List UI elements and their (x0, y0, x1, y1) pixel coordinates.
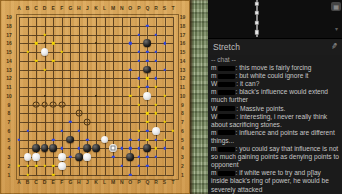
coord-label-bottom: N (120, 179, 124, 185)
move-tree-node[interactable] (255, 2, 258, 5)
chat-log[interactable]: -- chat -- m: this move is fairly forcin… (208, 55, 342, 194)
chat-message: m: this move is fairly forcing (211, 64, 339, 72)
coord-label-left: 10 (6, 93, 12, 99)
coord-label-left: 5 (8, 137, 11, 143)
coord-label-top: L (103, 5, 106, 11)
influence-marker-yellow (138, 130, 140, 132)
influence-marker-blue (78, 130, 80, 132)
influence-marker-yellow (146, 112, 148, 114)
white-stone (101, 136, 109, 144)
influence-marker-blue (146, 165, 148, 167)
influence-marker-blue (155, 156, 157, 158)
redacted-username (218, 147, 235, 152)
influence-marker-blue (129, 138, 131, 140)
coord-label-bottom: P (137, 179, 140, 185)
coord-label-top: G (68, 5, 72, 11)
influence-marker-yellow (26, 51, 28, 53)
coord-label-bottom: J (86, 179, 89, 185)
influence-marker-blue (129, 42, 131, 44)
influence-marker-yellow (129, 95, 131, 97)
coord-label-bottom: K (94, 179, 98, 185)
influence-marker-blue (146, 60, 148, 62)
influence-marker-blue (69, 121, 71, 123)
influence-marker-yellow (155, 103, 157, 105)
influence-marker-blue (138, 33, 140, 35)
influence-marker-blue (26, 130, 28, 132)
coord-label-right: 1 (181, 172, 184, 178)
redacted-username (218, 106, 235, 111)
chat-messages: m: this move is fairly forcingm: but whi… (211, 64, 339, 194)
circle-marker (84, 119, 91, 126)
influence-marker-blue (155, 77, 157, 79)
coord-label-left: 19 (6, 14, 12, 20)
chat-message: m: if white were to try and p[lay inside… (211, 169, 339, 193)
black-stone (32, 144, 40, 152)
coord-label-right: 13 (180, 67, 186, 73)
coord-label-bottom: S (163, 179, 166, 185)
coord-label-top: P (137, 5, 140, 11)
influence-marker-yellow (52, 173, 54, 175)
coord-label-right: 18 (180, 23, 186, 29)
coord-label-left: 6 (8, 128, 11, 134)
influence-marker-blue (61, 147, 63, 149)
coord-label-bottom: T (172, 179, 175, 185)
influence-marker-yellow (172, 130, 174, 132)
coord-label-left: 1 (8, 172, 11, 178)
influence-marker-blue (138, 138, 140, 140)
coord-label-bottom: A (17, 179, 21, 185)
coord-label-left: 13 (6, 67, 12, 73)
influence-marker-yellow (52, 42, 54, 44)
star-point (44, 95, 46, 97)
black-stone (75, 153, 83, 161)
coord-label-left: 18 (6, 23, 12, 29)
coord-label-top: C (34, 5, 38, 11)
coord-label-right: 10 (180, 93, 186, 99)
white-stone (58, 153, 66, 161)
influence-marker-blue (69, 156, 71, 158)
coord-label-top: D (43, 5, 47, 11)
influence-marker-yellow (155, 86, 157, 88)
coord-label-right: 14 (180, 58, 186, 64)
influence-marker-yellow (52, 60, 54, 62)
right-panel: ▦ ▾ Stretch ✎ -- chat -- m: this move is… (208, 0, 342, 194)
influence-marker-blue (146, 51, 148, 53)
coord-label-bottom: H (77, 179, 81, 185)
chat-username: W (211, 105, 217, 112)
influence-marker-blue (146, 156, 148, 158)
influence-marker-blue (86, 138, 88, 140)
influence-marker-blue (138, 51, 140, 53)
black-stone (84, 144, 92, 152)
last-move-marker (111, 146, 116, 151)
grid-line-vertical (156, 17, 157, 175)
move-tree-node[interactable] (255, 21, 258, 24)
coord-label-right: 19 (180, 14, 186, 20)
grid-line-vertical (139, 17, 140, 175)
chat-message: m: but white could ignore it (211, 72, 339, 80)
coord-label-right: 2 (181, 163, 184, 169)
circle-marker (33, 101, 40, 108)
go-board[interactable]: AABBCCDDEEFFGGHHJJKKLLMMNNOOPPQQRRSSTT19… (0, 0, 190, 194)
coord-label-top: H (77, 5, 81, 11)
chevron-down-icon[interactable]: ▾ (335, 26, 338, 32)
circle-marker (76, 110, 83, 117)
white-stone (41, 48, 49, 56)
redacted-username (218, 90, 235, 95)
coord-label-bottom: C (34, 179, 38, 185)
chat-username: m (211, 129, 217, 136)
coord-label-bottom: D (43, 179, 47, 185)
influence-marker-blue (163, 147, 165, 149)
influence-marker-yellow (43, 33, 45, 35)
grid-line-vertical (105, 17, 106, 175)
influence-marker-blue (146, 25, 148, 27)
coord-label-left: 17 (6, 32, 12, 38)
influence-marker-blue (146, 86, 148, 88)
coord-label-bottom: G (68, 179, 72, 185)
influence-marker-yellow (163, 95, 165, 97)
coord-label-top: Q (145, 5, 149, 11)
chat-username: W (211, 80, 217, 87)
influence-marker-yellow (35, 60, 37, 62)
coord-label-right: 3 (181, 154, 184, 160)
coord-label-right: 9 (181, 102, 184, 108)
black-stone (143, 144, 151, 152)
influence-marker-blue (163, 68, 165, 70)
move-tree-node[interactable] (255, 31, 258, 34)
influence-marker-blue (78, 147, 80, 149)
influence-marker-yellow (18, 165, 20, 167)
influence-marker-blue (129, 147, 131, 149)
black-stone (143, 39, 151, 47)
coord-label-bottom: M (111, 179, 115, 185)
influence-marker-blue (52, 138, 54, 140)
chat-username: m (211, 64, 217, 71)
chat-username: m (211, 88, 217, 95)
white-stone (24, 153, 32, 161)
coord-label-bottom: F (60, 179, 63, 185)
influence-marker-yellow (155, 112, 157, 114)
go-app-window: AABBCCDDEEFFGGHHJJKKLLMMNNOOPPQQRRSSTT19… (0, 0, 342, 194)
chat-message: m: you could say that influence is not s… (211, 145, 339, 169)
influence-marker-yellow (61, 51, 63, 53)
circle-marker (41, 101, 48, 108)
coord-label-bottom: O (128, 179, 132, 185)
coord-label-left: 16 (6, 40, 12, 46)
coord-label-left: 15 (6, 49, 12, 55)
coord-label-top: R (154, 5, 158, 11)
circle-marker (58, 101, 65, 108)
game-title-row: Stretch ✎ (208, 39, 342, 55)
influence-marker-blue (112, 156, 114, 158)
influence-marker-blue (138, 77, 140, 79)
coord-label-right: 17 (180, 32, 186, 38)
grid-line-horizontal (19, 166, 174, 167)
chat-message: m: influence and points are different th… (211, 129, 339, 145)
influence-marker-blue (146, 130, 148, 132)
coord-label-top: O (128, 5, 132, 11)
influence-marker-blue (138, 156, 140, 158)
chat-username: m (211, 72, 217, 79)
coord-label-bottom: B (26, 179, 30, 185)
grid-line-horizontal (19, 122, 174, 123)
game-title: Stretch (213, 42, 240, 52)
influence-marker-blue (129, 68, 131, 70)
black-stone (143, 66, 151, 74)
coord-label-top: F (60, 5, 63, 11)
redacted-username (218, 66, 235, 71)
coord-label-top: A (17, 5, 21, 11)
influence-marker-blue (163, 42, 165, 44)
white-stone (152, 127, 160, 135)
circle-marker (50, 101, 57, 108)
star-point (95, 95, 97, 97)
coord-label-top: T (172, 5, 175, 11)
coord-label-left: 11 (6, 84, 11, 90)
influence-marker-blue (155, 33, 157, 35)
coord-label-right: 6 (181, 128, 184, 134)
influence-marker-yellow (35, 165, 37, 167)
coord-label-right: 16 (180, 40, 186, 46)
chat-username: m (211, 169, 217, 176)
grid-line-horizontal (19, 131, 174, 132)
tree-overview-badge-icon[interactable]: ▦ (331, 2, 341, 11)
redacted-username (218, 114, 235, 119)
influence-marker-blue (138, 165, 140, 167)
black-stone (49, 144, 57, 152)
coord-label-left: 7 (8, 119, 11, 125)
coord-label-left: 12 (6, 75, 12, 81)
grid-line-vertical (173, 17, 174, 175)
coord-label-left: 2 (8, 163, 11, 169)
move-tree-node[interactable] (255, 11, 258, 14)
coord-label-top: N (120, 5, 124, 11)
chat-header: -- chat -- (211, 56, 339, 64)
coord-label-right: 7 (181, 119, 184, 125)
white-stone (58, 162, 66, 170)
influence-marker-yellow (43, 68, 45, 70)
influence-marker-blue (61, 130, 63, 132)
influence-marker-blue (129, 173, 131, 175)
chat-username: m (211, 145, 217, 152)
edit-pencil-icon[interactable]: ✎ (330, 41, 338, 51)
grid-line-vertical (122, 17, 123, 175)
white-stone (143, 92, 151, 100)
influence-marker-yellow (138, 86, 140, 88)
coord-label-top: E (52, 5, 55, 11)
coord-label-left: 14 (6, 58, 12, 64)
coord-label-top: K (94, 5, 98, 11)
influence-marker-blue (138, 60, 140, 62)
influence-marker-blue (138, 147, 140, 149)
influence-marker-blue (121, 165, 123, 167)
coord-label-right: 4 (181, 145, 184, 151)
chat-username: W (211, 113, 217, 120)
redacted-username (218, 74, 235, 79)
coord-label-top: B (26, 5, 30, 11)
panel-divider-strip (190, 0, 208, 194)
coord-label-top: J (86, 5, 89, 11)
grid-line-horizontal (19, 175, 174, 176)
influence-marker-blue (155, 60, 157, 62)
coord-label-top: S (163, 5, 166, 11)
chat-message: m: black's influence would extend much f… (211, 88, 339, 104)
black-stone (126, 153, 134, 161)
influence-marker-yellow (146, 138, 148, 140)
coord-label-right: 8 (181, 110, 184, 116)
white-stone (84, 153, 92, 161)
influence-marker-blue (155, 138, 157, 140)
coord-label-right: 5 (181, 137, 184, 143)
coord-label-bottom: L (103, 179, 106, 185)
coord-label-bottom: R (154, 179, 158, 185)
white-stone (32, 153, 40, 161)
move-tree[interactable]: ▦ ▾ (208, 0, 342, 39)
coord-label-bottom: E (52, 179, 55, 185)
black-stone (92, 144, 100, 152)
redacted-username (218, 171, 235, 176)
grid-line-horizontal (19, 113, 174, 114)
influence-marker-yellow (146, 77, 148, 79)
influence-marker-yellow (138, 103, 140, 105)
coord-label-left: 3 (8, 154, 11, 160)
influence-marker-blue (155, 51, 157, 53)
chat-message: W: Massive points. (211, 105, 339, 113)
influence-marker-yellow (155, 147, 157, 149)
grid-line-horizontal (19, 157, 174, 158)
chat-message: W: interesting, i never really think abo… (211, 113, 339, 129)
star-point (44, 42, 46, 44)
influence-marker-blue (18, 138, 20, 140)
redacted-username (218, 130, 235, 135)
coord-label-top: M (111, 5, 115, 11)
influence-marker-yellow (26, 173, 28, 175)
redacted-username (218, 82, 235, 87)
influence-marker-yellow (26, 165, 28, 167)
coord-label-right: 11 (180, 84, 185, 90)
influence-marker-yellow (163, 121, 165, 123)
black-stone (41, 144, 49, 152)
influence-marker-yellow (163, 138, 165, 140)
grid-line-horizontal (19, 140, 174, 141)
influence-marker-yellow (52, 165, 54, 167)
influence-marker-blue (121, 147, 123, 149)
coord-label-right: 15 (180, 49, 186, 55)
coord-label-left: 9 (8, 102, 11, 108)
chat-message: W: it can? (211, 80, 339, 88)
coord-label-left: 4 (8, 145, 11, 151)
black-stone (66, 136, 74, 144)
coord-label-left: 8 (8, 110, 11, 116)
influence-marker-yellow (146, 121, 148, 123)
influence-marker-yellow (35, 42, 37, 44)
influence-marker-yellow (43, 165, 45, 167)
star-point (95, 42, 97, 44)
coord-label-right: 12 (180, 75, 186, 81)
coord-label-bottom: Q (145, 179, 149, 185)
